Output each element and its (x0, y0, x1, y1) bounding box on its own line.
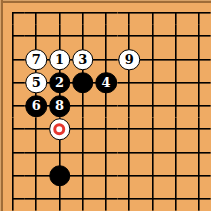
stone-white-3: 3 (72, 49, 94, 71)
intersection-9-5[interactable] (187, 94, 210, 117)
intersection-7-4[interactable] (141, 71, 164, 94)
intersection-6-4[interactable] (118, 71, 141, 94)
stone-white-9: 9 (119, 49, 141, 71)
intersection-7-2[interactable] (141, 25, 164, 48)
intersection-6-7[interactable] (118, 141, 141, 164)
intersection-6-5[interactable] (118, 94, 141, 117)
intersection-4-4[interactable] (71, 71, 94, 94)
move-number: 3 (78, 53, 87, 66)
intersection-8-8[interactable] (164, 164, 187, 187)
intersection-4-9[interactable] (71, 187, 94, 210)
intersection-9-1[interactable] (187, 1, 210, 24)
stone-black-4: 4 (95, 72, 117, 94)
stone-white-marked (49, 119, 71, 141)
intersection-5-8[interactable] (94, 164, 117, 187)
intersection-2-7[interactable] (25, 141, 48, 164)
intersection-2-4[interactable]: 5 (25, 71, 48, 94)
move-number: 6 (32, 100, 41, 113)
intersection-7-8[interactable] (141, 164, 164, 187)
intersection-5-6[interactable] (94, 118, 117, 141)
intersection-9-9[interactable] (187, 187, 210, 210)
intersection-3-7[interactable] (48, 141, 71, 164)
intersection-3-3[interactable]: 1 (48, 48, 71, 71)
intersection-4-3[interactable]: 3 (71, 48, 94, 71)
intersection-5-5[interactable] (94, 94, 117, 117)
intersection-6-6[interactable] (118, 118, 141, 141)
intersection-6-1[interactable] (118, 1, 141, 24)
intersection-4-2[interactable] (71, 25, 94, 48)
intersection-2-2[interactable] (25, 25, 48, 48)
intersection-3-1[interactable] (48, 1, 71, 24)
intersection-7-9[interactable] (141, 187, 164, 210)
intersection-2-9[interactable] (25, 187, 48, 210)
intersection-2-3[interactable]: 7 (25, 48, 48, 71)
intersection-3-6[interactable] (48, 118, 71, 141)
stone-white-1: 1 (49, 49, 71, 71)
intersection-6-9[interactable] (118, 187, 141, 210)
move-number: 7 (32, 53, 41, 66)
intersection-4-1[interactable] (71, 1, 94, 24)
intersection-5-9[interactable] (94, 187, 117, 210)
go-grid: 713952468 (1, 1, 210, 210)
intersection-1-6[interactable] (1, 118, 24, 141)
intersection-1-2[interactable] (1, 25, 24, 48)
stone-black-plain (49, 165, 71, 187)
intersection-9-3[interactable] (187, 48, 210, 71)
intersection-1-7[interactable] (1, 141, 24, 164)
intersection-5-7[interactable] (94, 141, 117, 164)
intersection-8-5[interactable] (164, 94, 187, 117)
intersection-4-7[interactable] (71, 141, 94, 164)
intersection-9-6[interactable] (187, 118, 210, 141)
intersection-1-5[interactable] (1, 94, 24, 117)
intersection-9-4[interactable] (187, 71, 210, 94)
intersection-2-8[interactable] (25, 164, 48, 187)
intersection-5-1[interactable] (94, 1, 117, 24)
intersection-5-3[interactable] (94, 48, 117, 71)
move-number: 8 (55, 100, 64, 113)
intersection-7-3[interactable] (141, 48, 164, 71)
go-board: 713952468 (0, 0, 211, 211)
stone-black-6: 6 (26, 95, 48, 117)
intersection-9-8[interactable] (187, 164, 210, 187)
intersection-6-2[interactable] (118, 25, 141, 48)
move-number: 9 (125, 53, 134, 66)
intersection-2-5[interactable]: 6 (25, 94, 48, 117)
intersection-9-2[interactable] (187, 25, 210, 48)
intersection-8-2[interactable] (164, 25, 187, 48)
move-number: 4 (101, 76, 110, 89)
move-number: 2 (55, 76, 64, 89)
intersection-3-5[interactable]: 8 (48, 94, 71, 117)
intersection-5-2[interactable] (94, 25, 117, 48)
intersection-3-4[interactable]: 2 (48, 71, 71, 94)
intersection-8-9[interactable] (164, 187, 187, 210)
intersection-1-1[interactable] (1, 1, 24, 24)
intersection-1-9[interactable] (1, 187, 24, 210)
intersection-4-6[interactable] (71, 118, 94, 141)
circle-marker-icon (53, 123, 65, 135)
move-number: 5 (32, 76, 41, 89)
intersection-7-6[interactable] (141, 118, 164, 141)
stone-black-2: 2 (49, 72, 71, 94)
intersection-5-4[interactable]: 4 (94, 71, 117, 94)
intersection-3-2[interactable] (48, 25, 71, 48)
stone-black-plain (72, 72, 94, 94)
intersection-8-7[interactable] (164, 141, 187, 164)
intersection-6-3[interactable]: 9 (118, 48, 141, 71)
intersection-6-8[interactable] (118, 164, 141, 187)
intersection-1-3[interactable] (1, 48, 24, 71)
intersection-7-7[interactable] (141, 141, 164, 164)
intersection-8-1[interactable] (164, 1, 187, 24)
intersection-3-8[interactable] (48, 164, 71, 187)
intersection-2-6[interactable] (25, 118, 48, 141)
intersection-8-3[interactable] (164, 48, 187, 71)
intersection-7-5[interactable] (141, 94, 164, 117)
intersection-3-9[interactable] (48, 187, 71, 210)
intersection-8-6[interactable] (164, 118, 187, 141)
intersection-1-8[interactable] (1, 164, 24, 187)
intersection-1-4[interactable] (1, 71, 24, 94)
intersection-4-5[interactable] (71, 94, 94, 117)
stone-white-7: 7 (26, 49, 48, 71)
intersection-2-1[interactable] (25, 1, 48, 24)
intersection-8-4[interactable] (164, 71, 187, 94)
move-number: 1 (55, 53, 64, 66)
intersection-9-7[interactable] (187, 141, 210, 164)
intersection-4-8[interactable] (71, 164, 94, 187)
intersection-7-1[interactable] (141, 1, 164, 24)
stone-black-8: 8 (49, 95, 71, 117)
stone-white-5: 5 (26, 72, 48, 94)
